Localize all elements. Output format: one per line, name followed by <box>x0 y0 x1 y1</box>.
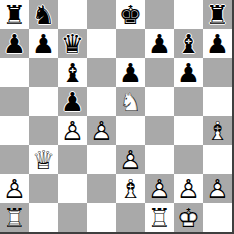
square-g7[interactable]: ♝︎ <box>174 29 203 58</box>
square-d7[interactable] <box>87 29 116 58</box>
white-bishop-fill: ♝︎ <box>116 174 145 203</box>
black-pawn-icon: ♟︎ <box>174 58 203 87</box>
white-pawn-fill: ♟︎ <box>203 174 232 203</box>
white-bishop-icon: ♗︎ <box>116 174 145 203</box>
square-c5[interactable]: ♟︎ <box>58 87 87 116</box>
square-b7[interactable]: ♟︎ <box>29 29 58 58</box>
white-king-icon: ♔︎ <box>174 203 203 232</box>
square-b5[interactable] <box>29 87 58 116</box>
white-king-fill: ♚︎ <box>174 203 203 232</box>
square-f4[interactable] <box>145 116 174 145</box>
square-c4[interactable]: ♟︎♙︎ <box>58 116 87 145</box>
white-pawn-fill: ♟︎ <box>145 174 174 203</box>
white-pawn-icon: ♙︎ <box>174 174 203 203</box>
white-pawn-fill: ♟︎ <box>0 174 29 203</box>
square-e5[interactable]: ♞︎♘︎ <box>116 87 145 116</box>
square-f6[interactable] <box>145 58 174 87</box>
white-pawn-fill: ♟︎ <box>87 116 116 145</box>
square-f5[interactable] <box>145 87 174 116</box>
black-rook-icon: ♜︎ <box>0 0 29 29</box>
square-f7[interactable]: ♟︎ <box>145 29 174 58</box>
white-pawn-icon: ♙︎ <box>58 116 87 145</box>
square-d2[interactable] <box>87 174 116 203</box>
black-bishop-icon: ♝︎ <box>174 29 203 58</box>
square-c2[interactable] <box>58 174 87 203</box>
square-g2[interactable]: ♟︎♙︎ <box>174 174 203 203</box>
white-knight-fill: ♞︎ <box>116 87 145 116</box>
black-pawn-icon: ♟︎ <box>58 87 87 116</box>
white-rook-icon: ♖︎ <box>145 203 174 232</box>
square-b4[interactable] <box>29 116 58 145</box>
white-pawn-icon: ♙︎ <box>87 116 116 145</box>
square-h3[interactable] <box>203 145 232 174</box>
white-queen-icon: ♕︎ <box>29 145 58 174</box>
square-h6[interactable] <box>203 58 232 87</box>
square-a2[interactable]: ♟︎♙︎ <box>0 174 29 203</box>
white-pawn-icon: ♙︎ <box>145 174 174 203</box>
white-pawn-fill: ♟︎ <box>58 116 87 145</box>
square-g1[interactable]: ♚︎♔︎ <box>174 203 203 232</box>
black-pawn-icon: ♟︎ <box>145 29 174 58</box>
square-b2[interactable] <box>29 174 58 203</box>
white-bishop-icon: ♗︎ <box>203 116 232 145</box>
white-pawn-icon: ♙︎ <box>0 174 29 203</box>
square-d1[interactable] <box>87 203 116 232</box>
square-f1[interactable]: ♜︎♖︎ <box>145 203 174 232</box>
square-f3[interactable] <box>145 145 174 174</box>
square-h8[interactable]: ♜︎ <box>203 0 232 29</box>
square-a4[interactable] <box>0 116 29 145</box>
black-king-icon: ♚︎ <box>116 0 145 29</box>
black-queen-icon: ♛︎ <box>58 29 87 58</box>
square-b8[interactable]: ♞︎ <box>29 0 58 29</box>
black-pawn-icon: ♟︎ <box>29 29 58 58</box>
white-bishop-fill: ♝︎ <box>203 116 232 145</box>
square-f8[interactable] <box>145 0 174 29</box>
square-c7[interactable]: ♛︎ <box>58 29 87 58</box>
square-d4[interactable]: ♟︎♙︎ <box>87 116 116 145</box>
square-a8[interactable]: ♜︎ <box>0 0 29 29</box>
chess-board: ♜︎♞︎♚︎♜︎♟︎♟︎♛︎♟︎♝︎♟︎♝︎♟︎♟︎♟︎♞︎♘︎♟︎♙︎♟︎♙︎… <box>0 0 234 234</box>
square-e6[interactable]: ♟︎ <box>116 58 145 87</box>
black-bishop-icon: ♝︎ <box>58 58 87 87</box>
square-e7[interactable] <box>116 29 145 58</box>
white-rook-fill: ♜︎ <box>145 203 174 232</box>
square-c3[interactable] <box>58 145 87 174</box>
white-pawn-fill: ♟︎ <box>116 145 145 174</box>
square-b1[interactable] <box>29 203 58 232</box>
black-rook-icon: ♜︎ <box>203 0 232 29</box>
square-e4[interactable] <box>116 116 145 145</box>
white-queen-fill: ♛︎ <box>29 145 58 174</box>
square-b3[interactable]: ♛︎♕︎ <box>29 145 58 174</box>
square-c6[interactable]: ♝︎ <box>58 58 87 87</box>
square-g3[interactable] <box>174 145 203 174</box>
square-a7[interactable]: ♟︎ <box>0 29 29 58</box>
white-rook-icon: ♖︎ <box>0 203 29 232</box>
square-h1[interactable] <box>203 203 232 232</box>
black-pawn-icon: ♟︎ <box>0 29 29 58</box>
square-g8[interactable] <box>174 0 203 29</box>
white-knight-icon: ♘︎ <box>116 87 145 116</box>
white-pawn-fill: ♟︎ <box>174 174 203 203</box>
square-h7[interactable]: ♟︎ <box>203 29 232 58</box>
square-c1[interactable] <box>58 203 87 232</box>
square-a5[interactable] <box>0 87 29 116</box>
square-a6[interactable] <box>0 58 29 87</box>
square-c8[interactable] <box>58 0 87 29</box>
square-g5[interactable] <box>174 87 203 116</box>
square-d5[interactable] <box>87 87 116 116</box>
black-pawn-icon: ♟︎ <box>203 29 232 58</box>
square-h2[interactable]: ♟︎♙︎ <box>203 174 232 203</box>
square-d6[interactable] <box>87 58 116 87</box>
white-pawn-icon: ♙︎ <box>203 174 232 203</box>
black-pawn-icon: ♟︎ <box>116 58 145 87</box>
white-pawn-icon: ♙︎ <box>116 145 145 174</box>
square-g4[interactable] <box>174 116 203 145</box>
square-a1[interactable]: ♜︎♖︎ <box>0 203 29 232</box>
square-e3[interactable]: ♟︎♙︎ <box>116 145 145 174</box>
square-a3[interactable] <box>0 145 29 174</box>
white-rook-fill: ♜︎ <box>0 203 29 232</box>
square-e8[interactable]: ♚︎ <box>116 0 145 29</box>
black-knight-icon: ♞︎ <box>29 0 58 29</box>
square-h4[interactable]: ♝︎♗︎ <box>203 116 232 145</box>
square-e1[interactable] <box>116 203 145 232</box>
square-e2[interactable]: ♝︎♗︎ <box>116 174 145 203</box>
square-h5[interactable] <box>203 87 232 116</box>
square-g6[interactable]: ♟︎ <box>174 58 203 87</box>
square-d3[interactable] <box>87 145 116 174</box>
square-f2[interactable]: ♟︎♙︎ <box>145 174 174 203</box>
square-b6[interactable] <box>29 58 58 87</box>
square-d8[interactable] <box>87 0 116 29</box>
